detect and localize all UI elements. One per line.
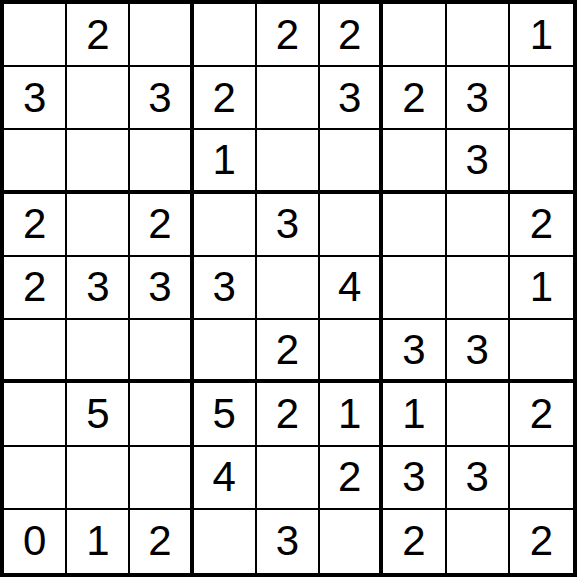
empty-cell-r6c6[interactable] <box>320 320 383 383</box>
clue-cell-r3c8: 3 <box>447 130 510 193</box>
clue-cell-r4c9: 2 <box>510 194 573 257</box>
empty-cell-r5c7[interactable] <box>383 257 446 320</box>
empty-cell-r1c8[interactable] <box>447 4 510 67</box>
empty-cell-r6c2[interactable] <box>67 320 130 383</box>
empty-cell-r2c9[interactable] <box>510 67 573 130</box>
clue-cell-r8c7: 3 <box>383 447 446 510</box>
clue-cell-r5c4: 3 <box>194 257 257 320</box>
clue-cell-r6c8: 3 <box>447 320 510 383</box>
empty-cell-r7c1[interactable] <box>4 383 67 446</box>
clue-cell-r2c6: 3 <box>320 67 383 130</box>
clue-cell-r8c6: 2 <box>320 447 383 510</box>
clue-cell-r2c7: 2 <box>383 67 446 130</box>
clue-cell-r5c9: 1 <box>510 257 573 320</box>
empty-cell-r4c2[interactable] <box>67 194 130 257</box>
clue-cell-r2c1: 3 <box>4 67 67 130</box>
clue-cell-r4c3: 2 <box>130 194 193 257</box>
clue-cell-r5c6: 4 <box>320 257 383 320</box>
clue-cell-r9c5: 3 <box>257 510 320 573</box>
clue-cell-r2c8: 3 <box>447 67 510 130</box>
empty-cell-r7c8[interactable] <box>447 383 510 446</box>
empty-cell-r8c9[interactable] <box>510 447 573 510</box>
empty-cell-r3c9[interactable] <box>510 130 573 193</box>
empty-cell-r1c3[interactable] <box>130 4 193 67</box>
empty-cell-r8c5[interactable] <box>257 447 320 510</box>
clue-cell-r5c2: 3 <box>67 257 130 320</box>
empty-cell-r4c8[interactable] <box>447 194 510 257</box>
clue-cell-r5c3: 3 <box>130 257 193 320</box>
clue-cell-r5c1: 2 <box>4 257 67 320</box>
clue-cell-r7c6: 1 <box>320 383 383 446</box>
clue-cell-r4c5: 3 <box>257 194 320 257</box>
clue-cell-r1c9: 1 <box>510 4 573 67</box>
clue-cell-r6c5: 2 <box>257 320 320 383</box>
clue-cell-r7c7: 1 <box>383 383 446 446</box>
clue-cell-r9c7: 2 <box>383 510 446 573</box>
clue-cell-r9c9: 2 <box>510 510 573 573</box>
clue-cell-r1c5: 2 <box>257 4 320 67</box>
empty-cell-r4c4[interactable] <box>194 194 257 257</box>
empty-cell-r1c7[interactable] <box>383 4 446 67</box>
puzzle-board: 2221332323132232233341233552112423301232… <box>0 0 577 577</box>
empty-cell-r5c8[interactable] <box>447 257 510 320</box>
empty-cell-r6c4[interactable] <box>194 320 257 383</box>
empty-cell-r3c1[interactable] <box>4 130 67 193</box>
clue-cell-r8c4: 4 <box>194 447 257 510</box>
clue-cell-r7c9: 2 <box>510 383 573 446</box>
empty-cell-r3c3[interactable] <box>130 130 193 193</box>
clue-cell-r6c7: 3 <box>383 320 446 383</box>
empty-cell-r3c7[interactable] <box>383 130 446 193</box>
clue-cell-r7c5: 2 <box>257 383 320 446</box>
clue-cell-r9c1: 0 <box>4 510 67 573</box>
clue-cell-r2c3: 3 <box>130 67 193 130</box>
empty-cell-r9c8[interactable] <box>447 510 510 573</box>
clue-cell-r3c4: 1 <box>194 130 257 193</box>
empty-cell-r1c1[interactable] <box>4 4 67 67</box>
empty-cell-r7c3[interactable] <box>130 383 193 446</box>
empty-cell-r8c1[interactable] <box>4 447 67 510</box>
empty-cell-r6c3[interactable] <box>130 320 193 383</box>
clue-cell-r7c4: 5 <box>194 383 257 446</box>
empty-cell-r1c4[interactable] <box>194 4 257 67</box>
clue-cell-r8c8: 3 <box>447 447 510 510</box>
empty-cell-r5c5[interactable] <box>257 257 320 320</box>
clue-cell-r7c2: 5 <box>67 383 130 446</box>
clue-cell-r4c1: 2 <box>4 194 67 257</box>
empty-cell-r6c9[interactable] <box>510 320 573 383</box>
empty-cell-r3c5[interactable] <box>257 130 320 193</box>
empty-cell-r4c6[interactable] <box>320 194 383 257</box>
empty-cell-r8c2[interactable] <box>67 447 130 510</box>
empty-cell-r2c5[interactable] <box>257 67 320 130</box>
empty-cell-r3c2[interactable] <box>67 130 130 193</box>
empty-cell-r4c7[interactable] <box>383 194 446 257</box>
empty-cell-r3c6[interactable] <box>320 130 383 193</box>
clue-cell-r9c3: 2 <box>130 510 193 573</box>
clue-cell-r1c6: 2 <box>320 4 383 67</box>
clue-cell-r9c2: 1 <box>67 510 130 573</box>
empty-cell-r9c4[interactable] <box>194 510 257 573</box>
empty-cell-r8c3[interactable] <box>130 447 193 510</box>
empty-cell-r9c6[interactable] <box>320 510 383 573</box>
empty-cell-r2c2[interactable] <box>67 67 130 130</box>
clue-cell-r1c2: 2 <box>67 4 130 67</box>
clue-cell-r2c4: 2 <box>194 67 257 130</box>
empty-cell-r6c1[interactable] <box>4 320 67 383</box>
